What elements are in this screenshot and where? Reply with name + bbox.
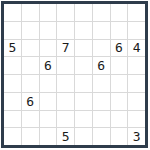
cell-r7c2[interactable] xyxy=(40,128,57,145)
cell-r7c5[interactable] xyxy=(93,128,110,145)
cell-r5c5[interactable] xyxy=(93,93,110,110)
cell-r0c3[interactable] xyxy=(57,4,74,21)
cell-r6c3[interactable] xyxy=(57,111,74,128)
cell-r4c5[interactable] xyxy=(93,75,110,92)
cell-r1c2[interactable] xyxy=(40,22,57,39)
cell-r7c7: 3 xyxy=(128,128,145,145)
cell-r2c5[interactable] xyxy=(93,40,110,57)
cell-r2c3: 7 xyxy=(57,40,74,57)
cell-r4c0[interactable] xyxy=(4,75,21,92)
cell-r2c1[interactable] xyxy=(22,40,39,57)
cell-r4c7[interactable] xyxy=(128,75,145,92)
cell-r3c4[interactable] xyxy=(75,57,92,74)
cell-r5c3[interactable] xyxy=(57,93,74,110)
cell-r6c4[interactable] xyxy=(75,111,92,128)
cell-r3c2: 6 xyxy=(40,57,57,74)
cell-r6c5[interactable] xyxy=(93,111,110,128)
cell-r5c1: 6 xyxy=(22,93,39,110)
cell-r6c2[interactable] xyxy=(40,111,57,128)
cell-r3c0[interactable] xyxy=(4,57,21,74)
cell-r3c3[interactable] xyxy=(57,57,74,74)
cell-r7c4[interactable] xyxy=(75,128,92,145)
cell-r1c1[interactable] xyxy=(22,22,39,39)
cell-r0c4[interactable] xyxy=(75,4,92,21)
cell-r5c4[interactable] xyxy=(75,93,92,110)
cell-r4c3[interactable] xyxy=(57,75,74,92)
cell-r7c6[interactable] xyxy=(111,128,128,145)
cell-r6c6[interactable] xyxy=(111,111,128,128)
cell-r4c1[interactable] xyxy=(22,75,39,92)
cell-r5c7[interactable] xyxy=(128,93,145,110)
cell-r2c7: 4 xyxy=(128,40,145,57)
cell-r0c5[interactable] xyxy=(93,4,110,21)
cell-r2c4[interactable] xyxy=(75,40,92,57)
cell-r2c2[interactable] xyxy=(40,40,57,57)
puzzle-board: 576466653 xyxy=(1,1,148,148)
cell-r4c6[interactable] xyxy=(111,75,128,92)
cell-r1c7[interactable] xyxy=(128,22,145,39)
cell-r4c4[interactable] xyxy=(75,75,92,92)
cell-r6c1[interactable] xyxy=(22,111,39,128)
cell-r0c1[interactable] xyxy=(22,4,39,21)
cell-r1c6[interactable] xyxy=(111,22,128,39)
cell-r2c0: 5 xyxy=(4,40,21,57)
cell-r1c3[interactable] xyxy=(57,22,74,39)
cell-r0c6[interactable] xyxy=(111,4,128,21)
cell-r7c1[interactable] xyxy=(22,128,39,145)
cell-r5c6[interactable] xyxy=(111,93,128,110)
cell-r3c5: 6 xyxy=(93,57,110,74)
cell-r1c5[interactable] xyxy=(93,22,110,39)
cell-r5c0[interactable] xyxy=(4,93,21,110)
cell-r6c0[interactable] xyxy=(4,111,21,128)
cell-r7c3: 5 xyxy=(57,128,74,145)
cell-r0c0[interactable] xyxy=(4,4,21,21)
cell-r1c0[interactable] xyxy=(4,22,21,39)
cell-r1c4[interactable] xyxy=(75,22,92,39)
cell-r3c1[interactable] xyxy=(22,57,39,74)
cell-r2c6: 6 xyxy=(111,40,128,57)
cell-r0c7[interactable] xyxy=(128,4,145,21)
cell-r6c7[interactable] xyxy=(128,111,145,128)
cell-r3c6[interactable] xyxy=(111,57,128,74)
cell-r3c7[interactable] xyxy=(128,57,145,74)
cell-r5c2[interactable] xyxy=(40,93,57,110)
cell-r4c2[interactable] xyxy=(40,75,57,92)
cell-r0c2[interactable] xyxy=(40,4,57,21)
cell-r7c0[interactable] xyxy=(4,128,21,145)
